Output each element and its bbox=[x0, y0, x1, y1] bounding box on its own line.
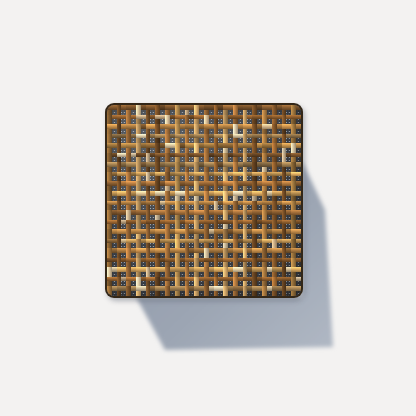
horizontal-strand bbox=[204, 277, 214, 282]
vertical-strand bbox=[136, 105, 141, 115]
weave-cell bbox=[185, 229, 195, 239]
weave-cell bbox=[117, 115, 127, 125]
horizontal-strand bbox=[262, 220, 272, 225]
weave-cell bbox=[233, 210, 243, 220]
vertical-strand bbox=[194, 162, 199, 172]
vertical-strand bbox=[155, 105, 160, 115]
horizontal-strand bbox=[243, 162, 253, 167]
weave-cell bbox=[214, 105, 224, 115]
weave-cell bbox=[165, 210, 175, 220]
weave-cell bbox=[291, 248, 301, 258]
horizontal-strand bbox=[117, 172, 127, 177]
horizontal-strand bbox=[272, 210, 282, 215]
weave-cell bbox=[155, 181, 165, 191]
weave-cell bbox=[233, 239, 243, 249]
vertical-strand bbox=[175, 258, 180, 268]
horizontal-strand bbox=[165, 258, 175, 263]
horizontal-strand bbox=[175, 229, 185, 234]
horizontal-strand bbox=[204, 201, 214, 206]
weave-cell bbox=[282, 258, 292, 268]
vertical-strand bbox=[223, 115, 228, 125]
weave-cell bbox=[252, 220, 262, 230]
weave-cell bbox=[194, 220, 204, 230]
horizontal-strand bbox=[146, 181, 156, 186]
weave-cell bbox=[136, 191, 146, 201]
horizontal-strand bbox=[252, 286, 262, 291]
weave-cell bbox=[243, 172, 253, 182]
vertical-strand bbox=[175, 220, 180, 230]
horizontal-strand bbox=[252, 210, 262, 215]
weave-cell bbox=[126, 258, 136, 268]
weave-cell bbox=[252, 143, 262, 153]
weave-cell bbox=[194, 191, 204, 201]
weave-cell bbox=[185, 248, 195, 258]
weave-cell bbox=[117, 248, 127, 258]
weave-cell bbox=[136, 201, 146, 211]
horizontal-strand bbox=[117, 191, 127, 196]
weave-cell bbox=[175, 153, 185, 163]
horizontal-strand bbox=[223, 201, 233, 206]
horizontal-strand bbox=[155, 115, 165, 120]
weave-cell bbox=[185, 172, 195, 182]
horizontal-strand bbox=[282, 277, 292, 282]
weave-cell bbox=[262, 153, 272, 163]
weave-cell bbox=[223, 191, 233, 201]
horizontal-strand bbox=[117, 115, 127, 120]
horizontal-strand bbox=[146, 220, 156, 225]
weave-cell bbox=[136, 143, 146, 153]
horizontal-strand bbox=[282, 239, 292, 244]
weave-cell bbox=[117, 134, 127, 144]
horizontal-strand bbox=[136, 210, 146, 215]
vertical-strand bbox=[291, 162, 296, 172]
horizontal-strand bbox=[262, 277, 272, 282]
weave-cell bbox=[282, 153, 292, 163]
vertical-strand bbox=[223, 229, 228, 239]
horizontal-strand bbox=[291, 210, 301, 215]
weave-cell bbox=[117, 172, 127, 182]
vertical-strand bbox=[252, 239, 257, 249]
weave-cell bbox=[194, 115, 204, 125]
weave-cell bbox=[282, 210, 292, 220]
vertical-strand bbox=[214, 143, 219, 153]
weave-cell bbox=[175, 267, 185, 277]
vertical-strand bbox=[107, 229, 112, 239]
horizontal-strand bbox=[146, 124, 156, 129]
weave-cell bbox=[204, 143, 214, 153]
vertical-strand bbox=[136, 124, 141, 134]
vertical-strand bbox=[136, 220, 141, 230]
weave-cell bbox=[155, 134, 165, 144]
vertical-strand bbox=[252, 143, 257, 153]
vertical-strand bbox=[214, 162, 219, 172]
weave-cell bbox=[126, 220, 136, 230]
horizontal-strand bbox=[165, 143, 175, 148]
vertical-strand bbox=[204, 191, 209, 201]
weave-cell bbox=[126, 105, 136, 115]
horizontal-strand bbox=[233, 134, 243, 139]
horizontal-strand bbox=[252, 115, 262, 120]
weave-cell bbox=[194, 258, 204, 268]
horizontal-strand bbox=[155, 210, 165, 215]
horizontal-strand bbox=[243, 220, 253, 225]
weave-cell bbox=[107, 143, 117, 153]
vertical-strand bbox=[252, 277, 257, 287]
horizontal-strand bbox=[185, 239, 195, 244]
weave-cell bbox=[165, 134, 175, 144]
horizontal-strand bbox=[252, 191, 262, 196]
horizontal-strand bbox=[126, 162, 136, 167]
weave-cell bbox=[155, 286, 165, 296]
weave-cell bbox=[155, 153, 165, 163]
horizontal-strand bbox=[155, 267, 165, 272]
weave-cell bbox=[126, 181, 136, 191]
horizontal-strand bbox=[282, 105, 292, 110]
weave-cell bbox=[272, 286, 282, 296]
horizontal-strand bbox=[146, 162, 156, 167]
weave-cell bbox=[155, 229, 165, 239]
weave-cell bbox=[155, 201, 165, 211]
weave-cell bbox=[117, 220, 127, 230]
vertical-strand bbox=[291, 220, 296, 230]
horizontal-strand bbox=[185, 258, 195, 263]
vertical-strand bbox=[107, 153, 112, 163]
weave-cell bbox=[204, 105, 214, 115]
horizontal-strand bbox=[282, 220, 292, 225]
weave-cell bbox=[282, 172, 292, 182]
vertical-strand bbox=[282, 153, 287, 163]
horizontal-strand bbox=[291, 248, 301, 253]
vertical-strand bbox=[175, 277, 180, 287]
weave-cell bbox=[252, 258, 262, 268]
horizontal-strand bbox=[243, 143, 253, 148]
vertical-strand bbox=[223, 286, 228, 296]
weave-cell bbox=[204, 115, 214, 125]
weave-cell bbox=[165, 162, 175, 172]
horizontal-strand bbox=[252, 134, 262, 139]
weave-cell bbox=[175, 162, 185, 172]
horizontal-strand bbox=[262, 124, 272, 129]
vertical-strand bbox=[185, 286, 190, 296]
vertical-strand bbox=[282, 115, 287, 125]
weave-cell bbox=[165, 239, 175, 249]
weave-cell bbox=[126, 229, 136, 239]
vertical-strand bbox=[262, 229, 267, 239]
horizontal-strand bbox=[291, 153, 301, 158]
weave-cell bbox=[107, 267, 117, 277]
weave-cell bbox=[243, 105, 253, 115]
horizontal-strand bbox=[107, 239, 117, 244]
horizontal-strand bbox=[204, 143, 214, 148]
weave-cell bbox=[262, 143, 272, 153]
vertical-strand bbox=[243, 286, 248, 296]
vertical-strand bbox=[243, 134, 248, 144]
vertical-strand bbox=[272, 201, 277, 211]
weave-cell bbox=[136, 181, 146, 191]
horizontal-strand bbox=[194, 134, 204, 139]
weave-cell bbox=[223, 105, 233, 115]
weave-cell bbox=[223, 201, 233, 211]
vertical-strand bbox=[233, 105, 238, 115]
vertical-strand bbox=[165, 153, 170, 163]
horizontal-strand bbox=[175, 267, 185, 272]
vertical-strand bbox=[107, 286, 112, 296]
weave-cell bbox=[214, 191, 224, 201]
horizontal-strand bbox=[233, 153, 243, 158]
horizontal-strand bbox=[117, 286, 127, 291]
weave-cell bbox=[185, 239, 195, 249]
vertical-strand bbox=[185, 153, 190, 163]
vertical-strand bbox=[272, 162, 277, 172]
vertical-strand bbox=[204, 248, 209, 258]
weave-cell bbox=[117, 239, 127, 249]
weave-cell bbox=[233, 105, 243, 115]
horizontal-strand bbox=[262, 201, 272, 206]
horizontal-strand bbox=[126, 277, 136, 282]
weave-cell bbox=[155, 248, 165, 258]
vertical-strand bbox=[146, 229, 151, 239]
weave-cell bbox=[262, 239, 272, 249]
horizontal-strand bbox=[194, 115, 204, 120]
vertical-strand bbox=[165, 191, 170, 201]
weave-cell bbox=[165, 248, 175, 258]
vertical-strand bbox=[262, 286, 267, 296]
horizontal-strand bbox=[117, 229, 127, 234]
vertical-strand bbox=[107, 210, 112, 220]
weave-cell bbox=[252, 181, 262, 191]
weave-cell bbox=[272, 201, 282, 211]
horizontal-strand bbox=[291, 286, 301, 291]
vertical-strand bbox=[214, 181, 219, 191]
weave-cell bbox=[155, 267, 165, 277]
weave-cell bbox=[252, 286, 262, 296]
weave-cell bbox=[262, 115, 272, 125]
horizontal-strand bbox=[214, 267, 224, 272]
weave-grid bbox=[107, 105, 301, 296]
vertical-strand bbox=[194, 239, 199, 249]
horizontal-strand bbox=[204, 124, 214, 129]
vertical-strand bbox=[262, 267, 267, 277]
weave-cell bbox=[175, 258, 185, 268]
vertical-strand bbox=[243, 267, 248, 277]
horizontal-strand bbox=[233, 191, 243, 196]
vertical-strand bbox=[291, 201, 296, 211]
vertical-strand bbox=[126, 172, 131, 182]
horizontal-strand bbox=[146, 143, 156, 148]
vertical-strand bbox=[194, 105, 199, 115]
weave-cell bbox=[291, 115, 301, 125]
weave-cell bbox=[126, 191, 136, 201]
weave-cell bbox=[117, 258, 127, 268]
horizontal-strand bbox=[243, 181, 253, 186]
horizontal-strand bbox=[214, 286, 224, 291]
weave-cell bbox=[272, 124, 282, 134]
weave-cell bbox=[155, 124, 165, 134]
vertical-strand bbox=[291, 105, 296, 115]
horizontal-strand bbox=[126, 220, 136, 225]
horizontal-strand bbox=[165, 105, 175, 110]
weave-cell bbox=[214, 258, 224, 268]
vertical-strand bbox=[233, 124, 238, 134]
weave-cell bbox=[291, 201, 301, 211]
vertical-strand bbox=[272, 143, 277, 153]
weave-cell bbox=[126, 172, 136, 182]
weave-cell bbox=[243, 277, 253, 287]
vertical-strand bbox=[126, 134, 131, 144]
horizontal-strand bbox=[233, 229, 243, 234]
vertical-strand bbox=[185, 267, 190, 277]
horizontal-strand bbox=[262, 162, 272, 167]
weave-cell bbox=[194, 124, 204, 134]
horizontal-strand bbox=[272, 229, 282, 234]
weave-cell bbox=[185, 191, 195, 201]
vertical-strand bbox=[155, 143, 160, 153]
vertical-strand bbox=[282, 210, 287, 220]
vertical-strand bbox=[136, 258, 141, 268]
horizontal-strand bbox=[282, 181, 292, 186]
weave-cell bbox=[136, 258, 146, 268]
vertical-strand bbox=[252, 258, 257, 268]
vertical-strand bbox=[223, 210, 228, 220]
horizontal-strand bbox=[214, 210, 224, 215]
horizontal-strand bbox=[117, 210, 127, 215]
horizontal-strand bbox=[117, 134, 127, 139]
weave-cell bbox=[252, 115, 262, 125]
weave-cell bbox=[165, 201, 175, 211]
vertical-strand bbox=[214, 201, 219, 211]
weave-cell bbox=[146, 124, 156, 134]
weave-cell bbox=[243, 181, 253, 191]
vertical-strand bbox=[155, 181, 160, 191]
weave-cell bbox=[165, 191, 175, 201]
weave-cell bbox=[175, 239, 185, 249]
vertical-strand bbox=[185, 115, 190, 125]
vertical-strand bbox=[146, 134, 151, 144]
weave-cell bbox=[223, 134, 233, 144]
weave-cell bbox=[146, 258, 156, 268]
horizontal-strand bbox=[175, 153, 185, 158]
weave-cell bbox=[107, 239, 117, 249]
vertical-strand bbox=[204, 286, 209, 296]
weave-cell bbox=[126, 267, 136, 277]
horizontal-strand bbox=[136, 267, 146, 272]
weave-cell bbox=[223, 162, 233, 172]
weave-cell bbox=[223, 267, 233, 277]
vertical-strand bbox=[136, 181, 141, 191]
weave-cell bbox=[194, 286, 204, 296]
horizontal-strand bbox=[107, 258, 117, 263]
vertical-strand bbox=[252, 220, 257, 230]
vertical-strand bbox=[107, 134, 112, 144]
horizontal-strand bbox=[214, 153, 224, 158]
weave-cell bbox=[175, 210, 185, 220]
weave-cell bbox=[185, 124, 195, 134]
horizontal-strand bbox=[262, 105, 272, 110]
vertical-strand bbox=[262, 115, 267, 125]
weave-cell bbox=[146, 191, 156, 201]
weave-cell bbox=[272, 277, 282, 287]
horizontal-strand bbox=[194, 153, 204, 158]
weave-cell bbox=[243, 143, 253, 153]
vertical-strand bbox=[165, 172, 170, 182]
vertical-strand bbox=[204, 210, 209, 220]
vertical-strand bbox=[194, 258, 199, 268]
vertical-strand bbox=[252, 201, 257, 211]
weave-cell bbox=[107, 124, 117, 134]
horizontal-strand bbox=[204, 220, 214, 225]
horizontal-strand bbox=[233, 210, 243, 215]
vertical-strand bbox=[185, 134, 190, 144]
vertical-strand bbox=[204, 229, 209, 239]
weave-cell bbox=[117, 105, 127, 115]
vertical-strand bbox=[223, 134, 228, 144]
vertical-strand bbox=[117, 162, 122, 172]
horizontal-strand bbox=[126, 143, 136, 148]
vertical-strand bbox=[223, 153, 228, 163]
weave-cell bbox=[175, 172, 185, 182]
vertical-strand bbox=[146, 286, 151, 296]
weave-cell bbox=[291, 172, 301, 182]
weave-cell bbox=[175, 191, 185, 201]
weave-cell bbox=[291, 267, 301, 277]
weave-cell bbox=[185, 220, 195, 230]
weave-cell bbox=[126, 162, 136, 172]
weave-cell bbox=[233, 143, 243, 153]
horizontal-strand bbox=[185, 162, 195, 167]
vertical-strand bbox=[107, 191, 112, 201]
weave-cell bbox=[262, 267, 272, 277]
weave-cell bbox=[117, 267, 127, 277]
weave-cell bbox=[223, 229, 233, 239]
weave-cell bbox=[214, 267, 224, 277]
vertical-strand bbox=[126, 191, 131, 201]
weave-cell bbox=[272, 258, 282, 268]
weave-cell bbox=[272, 267, 282, 277]
weave-cell bbox=[252, 105, 262, 115]
weave-cell bbox=[243, 191, 253, 201]
vertical-strand bbox=[126, 115, 131, 125]
weave-cell bbox=[223, 277, 233, 287]
weave-cell bbox=[282, 239, 292, 249]
weave-cell bbox=[107, 162, 117, 172]
vertical-strand bbox=[185, 229, 190, 239]
weave-cell bbox=[117, 143, 127, 153]
weave-cell bbox=[233, 115, 243, 125]
weave-cell bbox=[282, 277, 292, 287]
weave-cell bbox=[175, 134, 185, 144]
weave-cell bbox=[165, 286, 175, 296]
weave-cell bbox=[282, 286, 292, 296]
weave-cell bbox=[165, 105, 175, 115]
weave-cell bbox=[194, 134, 204, 144]
horizontal-strand bbox=[146, 201, 156, 206]
weave-cell bbox=[291, 153, 301, 163]
weave-cell bbox=[291, 258, 301, 268]
weave-cell bbox=[214, 220, 224, 230]
horizontal-strand bbox=[194, 229, 204, 234]
weave-cell bbox=[107, 181, 117, 191]
weave-cell bbox=[214, 210, 224, 220]
weave-cell bbox=[194, 181, 204, 191]
weave-cell bbox=[243, 210, 253, 220]
vertical-strand bbox=[165, 267, 170, 277]
weave-cell bbox=[194, 143, 204, 153]
horizontal-strand bbox=[107, 220, 117, 225]
weave-cell bbox=[233, 124, 243, 134]
vertical-strand bbox=[194, 220, 199, 230]
vertical-strand bbox=[233, 239, 238, 249]
vertical-strand bbox=[155, 220, 160, 230]
